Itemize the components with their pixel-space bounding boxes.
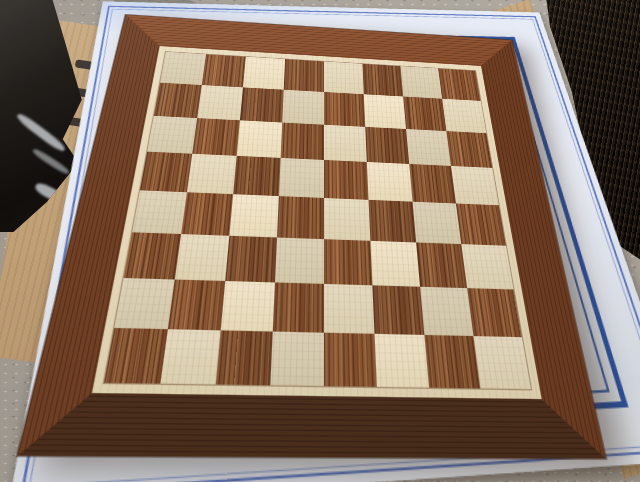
- square-d5: [279, 158, 324, 198]
- square-b2: [168, 280, 225, 331]
- square-e6: [324, 125, 367, 162]
- square-e3: [324, 239, 372, 285]
- square-g2: [420, 287, 473, 336]
- square-a8: [160, 52, 206, 85]
- square-f2: [372, 285, 424, 335]
- square-c5: [233, 156, 280, 196]
- square-h2: [467, 288, 522, 337]
- square-h7: [442, 99, 486, 133]
- square-c4: [229, 194, 279, 237]
- square-c3: [225, 236, 277, 283]
- square-g8: [401, 66, 443, 99]
- square-c8: [243, 57, 285, 90]
- square-a5: [140, 152, 192, 193]
- square-d6: [281, 123, 324, 160]
- square-f6: [365, 127, 409, 164]
- square-b6: [192, 118, 240, 156]
- photo-of-chessboard: [0, 0, 640, 482]
- square-f7: [364, 94, 406, 129]
- square-b4: [181, 192, 233, 236]
- square-g3: [416, 242, 467, 288]
- board-inner-border: [92, 46, 542, 399]
- square-e2: [324, 284, 375, 334]
- square-f5: [367, 162, 413, 202]
- square-b7: [197, 85, 243, 120]
- square-d7: [282, 90, 324, 125]
- square-a4: [132, 190, 187, 234]
- square-e5: [324, 160, 369, 200]
- table-plane: [0, 0, 640, 482]
- square-b5: [187, 154, 237, 194]
- square-f8: [362, 64, 403, 97]
- square-h1: [473, 336, 530, 389]
- board-squares: [104, 52, 531, 389]
- square-h6: [446, 131, 492, 168]
- square-g4: [413, 202, 462, 244]
- square-c6: [237, 120, 283, 158]
- square-e4: [324, 198, 370, 241]
- square-b3: [175, 234, 230, 281]
- square-g5: [409, 164, 456, 204]
- square-a2: [114, 278, 174, 329]
- square-h8: [438, 69, 480, 101]
- square-a6: [147, 116, 197, 154]
- square-a3: [124, 232, 181, 279]
- square-g1: [424, 335, 480, 388]
- square-g6: [406, 129, 451, 166]
- square-b1: [160, 329, 220, 384]
- square-d2: [273, 282, 324, 332]
- square-d3: [275, 237, 324, 283]
- square-e8: [324, 62, 364, 95]
- square-g7: [403, 97, 446, 132]
- square-a7: [154, 83, 202, 118]
- square-b8: [202, 54, 246, 87]
- square-d1: [270, 332, 324, 387]
- square-d4: [277, 196, 324, 239]
- square-f3: [370, 241, 420, 287]
- square-c2: [221, 281, 275, 332]
- square-h4: [456, 204, 506, 246]
- square-a1: [104, 328, 168, 384]
- square-h5: [451, 166, 499, 205]
- square-e7: [324, 92, 365, 127]
- square-d8: [284, 59, 324, 92]
- square-h3: [461, 244, 513, 289]
- square-e1: [324, 333, 377, 387]
- square-f1: [375, 334, 429, 388]
- square-c7: [240, 87, 284, 122]
- square-f4: [369, 200, 417, 243]
- square-c1: [216, 330, 273, 385]
